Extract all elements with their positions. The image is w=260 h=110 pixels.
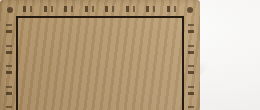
checkerboard-grid <box>18 18 182 110</box>
corner-ornament <box>187 7 193 13</box>
border-ornament-left <box>6 18 12 110</box>
border-ornament-top <box>18 6 182 12</box>
chess-board <box>0 0 200 110</box>
border-ornament-right <box>188 18 194 110</box>
chess-set-photo <box>0 0 260 110</box>
corner-ornament <box>7 7 13 13</box>
